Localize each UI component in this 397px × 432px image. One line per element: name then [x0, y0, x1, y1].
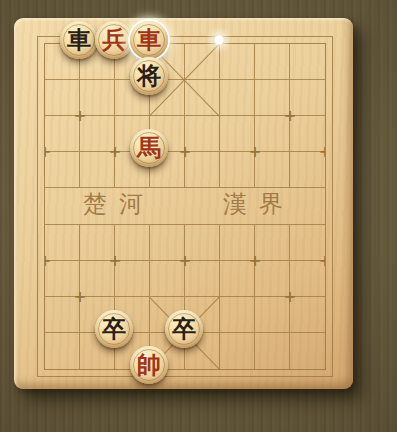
river-text-right: 漢界 — [217, 188, 295, 220]
board-cell — [80, 152, 115, 188]
black-chariot-piece[interactable]: 車 — [60, 21, 98, 59]
board-cell — [45, 188, 80, 224]
black-soldier-left-piece[interactable]: 卒 — [95, 310, 133, 348]
board-cell — [290, 225, 325, 261]
board-cell — [80, 261, 115, 297]
board-cell — [255, 152, 290, 188]
red-soldier-piece-glyph: 兵 — [102, 28, 126, 52]
board-cell — [185, 188, 220, 224]
board-cell — [150, 225, 185, 261]
board-cell — [45, 297, 80, 333]
board-cell — [185, 80, 220, 116]
board-cell — [255, 80, 290, 116]
red-general-piece[interactable]: 帥 — [130, 346, 168, 384]
black-soldier-right-piece[interactable]: 卒 — [165, 310, 203, 348]
board-cell — [220, 297, 255, 333]
board-cell — [220, 80, 255, 116]
board-cell — [220, 116, 255, 152]
board-cell — [185, 44, 220, 80]
board-cell — [45, 152, 80, 188]
board-cell — [185, 152, 220, 188]
river-text-left: 楚河 — [77, 188, 155, 220]
board-cell — [45, 333, 80, 369]
board-cell — [80, 225, 115, 261]
board-cell — [290, 297, 325, 333]
board-cell — [45, 116, 80, 152]
board-cell — [45, 225, 80, 261]
black-soldier-left-piece-glyph: 卒 — [102, 317, 126, 341]
black-general-piece-glyph: 将 — [137, 64, 161, 88]
red-horse-piece-glyph: 馬 — [137, 136, 161, 160]
board-cell — [290, 261, 325, 297]
xiangqi-app: ++++++++++++++ 楚河 漢界 車兵車将馬卒卒帥 — [0, 0, 397, 432]
board-cell — [255, 225, 290, 261]
board-cell — [150, 261, 185, 297]
board-cell — [80, 80, 115, 116]
board-cell — [290, 44, 325, 80]
red-soldier-piece[interactable]: 兵 — [95, 21, 133, 59]
red-general-piece-glyph: 帥 — [137, 353, 161, 377]
board-cell — [80, 116, 115, 152]
board-cell — [185, 225, 220, 261]
board-cell — [115, 225, 150, 261]
board-cell — [255, 116, 290, 152]
board-cell — [220, 152, 255, 188]
board-cell — [115, 261, 150, 297]
board-cell — [290, 80, 325, 116]
board-cell — [290, 333, 325, 369]
board-cell — [45, 80, 80, 116]
last-move-marker — [215, 36, 224, 45]
board-cell — [255, 44, 290, 80]
board-cell — [220, 44, 255, 80]
red-chariot-piece-glyph: 車 — [137, 28, 161, 52]
board-cell — [185, 261, 220, 297]
board-cell — [220, 225, 255, 261]
board-cell — [185, 116, 220, 152]
red-chariot-piece[interactable]: 車 — [130, 21, 168, 59]
board-cell — [255, 297, 290, 333]
board-cell — [290, 188, 325, 224]
black-general-piece[interactable]: 将 — [130, 57, 168, 95]
black-soldier-right-piece-glyph: 卒 — [172, 317, 196, 341]
board-cell — [150, 188, 185, 224]
board-cell — [255, 333, 290, 369]
board-cell — [290, 116, 325, 152]
board-cell — [220, 333, 255, 369]
board-cell — [220, 261, 255, 297]
board-cell — [45, 261, 80, 297]
black-chariot-piece-glyph: 車 — [67, 28, 91, 52]
board-cell — [255, 261, 290, 297]
board-cell — [290, 152, 325, 188]
